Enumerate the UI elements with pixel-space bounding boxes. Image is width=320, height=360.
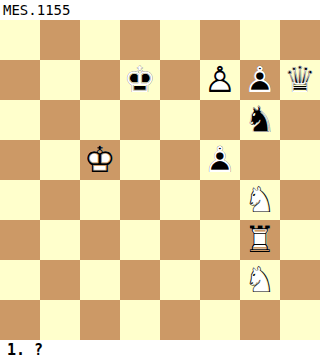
black-king-outline-glyph: ♔ [120, 60, 160, 100]
square-e8[interactable] [160, 20, 200, 60]
square-h5[interactable] [280, 140, 320, 180]
square-h6[interactable] [280, 100, 320, 140]
square-h7[interactable]: ♛♕ [280, 60, 320, 100]
square-c1[interactable] [80, 300, 120, 340]
white-king-outline-glyph: ♔ [80, 140, 120, 180]
black-queen: ♛♕ [280, 60, 320, 100]
square-e1[interactable] [160, 300, 200, 340]
black-pawn: ♟♙ [240, 60, 280, 100]
black-pawn-outline-glyph: ♙ [200, 140, 240, 180]
square-e2[interactable] [160, 260, 200, 300]
square-b1[interactable] [40, 300, 80, 340]
black-king: ♚♔ [120, 60, 160, 100]
square-b5[interactable] [40, 140, 80, 180]
square-g4[interactable]: ♞♘ [240, 180, 280, 220]
black-queen-outline-glyph: ♕ [280, 60, 320, 100]
white-knight: ♞♘ [240, 260, 280, 300]
square-f7[interactable]: ♟♙ [200, 60, 240, 100]
white-knight: ♞♘ [240, 180, 280, 220]
black-pawn: ♟♙ [200, 140, 240, 180]
square-b6[interactable] [40, 100, 80, 140]
square-d7[interactable]: ♚♔ [120, 60, 160, 100]
square-a6[interactable] [0, 100, 40, 140]
puzzle-id: MES.1155 [3, 1, 70, 20]
square-h1[interactable] [280, 300, 320, 340]
white-pawn-outline-glyph: ♙ [200, 60, 240, 100]
square-c6[interactable] [80, 100, 120, 140]
square-e4[interactable] [160, 180, 200, 220]
white-rook-outline-glyph: ♖ [240, 220, 280, 260]
square-a3[interactable] [0, 220, 40, 260]
square-c8[interactable] [80, 20, 120, 60]
square-f4[interactable] [200, 180, 240, 220]
white-knight-outline-glyph: ♘ [240, 260, 280, 300]
square-c4[interactable] [80, 180, 120, 220]
white-knight-outline-glyph: ♘ [240, 180, 280, 220]
square-g7[interactable]: ♟♙ [240, 60, 280, 100]
square-f8[interactable] [200, 20, 240, 60]
square-e3[interactable] [160, 220, 200, 260]
square-h4[interactable] [280, 180, 320, 220]
square-d3[interactable] [120, 220, 160, 260]
square-c2[interactable] [80, 260, 120, 300]
square-d6[interactable] [120, 100, 160, 140]
black-knight: ♞♘ [240, 100, 280, 140]
square-a8[interactable] [0, 20, 40, 60]
square-g2[interactable]: ♞♘ [240, 260, 280, 300]
square-d2[interactable] [120, 260, 160, 300]
square-f6[interactable] [200, 100, 240, 140]
white-rook: ♜♖ [240, 220, 280, 260]
square-d5[interactable] [120, 140, 160, 180]
square-a1[interactable] [0, 300, 40, 340]
square-c7[interactable] [80, 60, 120, 100]
square-b7[interactable] [40, 60, 80, 100]
square-g3[interactable]: ♜♖ [240, 220, 280, 260]
square-e5[interactable] [160, 140, 200, 180]
square-e6[interactable] [160, 100, 200, 140]
square-g8[interactable] [240, 20, 280, 60]
square-f1[interactable] [200, 300, 240, 340]
square-c5[interactable]: ♚♔ [80, 140, 120, 180]
square-d4[interactable] [120, 180, 160, 220]
square-e7[interactable] [160, 60, 200, 100]
square-g5[interactable] [240, 140, 280, 180]
square-a2[interactable] [0, 260, 40, 300]
black-knight-outline-glyph: ♘ [240, 100, 280, 140]
square-f5[interactable]: ♟♙ [200, 140, 240, 180]
square-b2[interactable] [40, 260, 80, 300]
square-d8[interactable] [120, 20, 160, 60]
square-d1[interactable] [120, 300, 160, 340]
square-h8[interactable] [280, 20, 320, 60]
square-b4[interactable] [40, 180, 80, 220]
square-g1[interactable] [240, 300, 280, 340]
square-b8[interactable] [40, 20, 80, 60]
square-g6[interactable]: ♞♘ [240, 100, 280, 140]
square-b3[interactable] [40, 220, 80, 260]
white-pawn: ♟♙ [200, 60, 240, 100]
square-h2[interactable] [280, 260, 320, 300]
square-c3[interactable] [80, 220, 120, 260]
white-king: ♚♔ [80, 140, 120, 180]
move-prompt: 1. ? [7, 341, 43, 360]
chess-board: ♚♔♟♙♟♙♛♕♞♘♚♔♟♙♞♘♜♖♞♘ [0, 20, 320, 340]
square-f2[interactable] [200, 260, 240, 300]
square-h3[interactable] [280, 220, 320, 260]
square-a5[interactable] [0, 140, 40, 180]
square-a4[interactable] [0, 180, 40, 220]
square-f3[interactable] [200, 220, 240, 260]
square-a7[interactable] [0, 60, 40, 100]
black-pawn-outline-glyph: ♙ [240, 60, 280, 100]
